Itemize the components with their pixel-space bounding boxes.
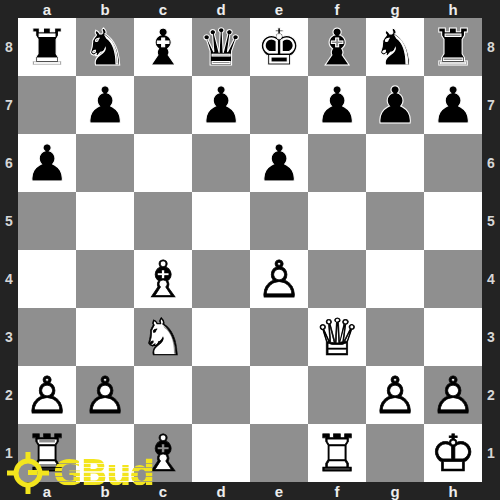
piece-fill-layer: ♜ bbox=[424, 18, 482, 76]
file-label-top-d: d bbox=[192, 0, 250, 18]
file-label-bottom-e: e bbox=[250, 482, 308, 500]
piece-fill-layer: ♟ bbox=[308, 76, 366, 134]
piece-black-pawn: ♟ bbox=[18, 134, 76, 192]
piece-white-pawn: ♟♙ bbox=[18, 366, 76, 424]
square-h3[interactable] bbox=[424, 308, 482, 366]
file-label-bottom-d: d bbox=[192, 482, 250, 500]
square-c7[interactable] bbox=[134, 76, 192, 134]
piece-white-rook: ♜♖ bbox=[308, 424, 366, 482]
file-label-top-e: e bbox=[250, 0, 308, 18]
piece-outline-layer: ♙ bbox=[18, 366, 76, 424]
square-f8[interactable]: ♝ bbox=[308, 18, 366, 76]
piece-white-pawn: ♟♙ bbox=[76, 366, 134, 424]
square-g5[interactable] bbox=[366, 192, 424, 250]
piece-fill-layer: ♟ bbox=[192, 76, 250, 134]
file-label-bottom-c: c bbox=[134, 482, 192, 500]
square-h1[interactable]: ♚♔ bbox=[424, 424, 482, 482]
piece-black-pawn: ♟ bbox=[424, 76, 482, 134]
square-a3[interactable] bbox=[18, 308, 76, 366]
piece-outline-layer: ♙ bbox=[366, 366, 424, 424]
piece-fill-layer: ♛ bbox=[192, 18, 250, 76]
file-label-bottom-a: a bbox=[18, 482, 76, 500]
piece-fill-layer: ♟ bbox=[18, 134, 76, 192]
square-e5[interactable] bbox=[250, 192, 308, 250]
square-h4[interactable] bbox=[424, 250, 482, 308]
square-g6[interactable] bbox=[366, 134, 424, 192]
piece-black-queen: ♛ bbox=[192, 18, 250, 76]
square-a2[interactable]: ♟♙ bbox=[18, 366, 76, 424]
rank-label-right-1: 1 bbox=[482, 424, 500, 482]
square-e2[interactable] bbox=[250, 366, 308, 424]
square-f4[interactable] bbox=[308, 250, 366, 308]
square-g8[interactable]: ♞ bbox=[366, 18, 424, 76]
file-label-top-h: h bbox=[424, 0, 482, 18]
square-e8[interactable]: ♚ bbox=[250, 18, 308, 76]
square-c1[interactable]: ♝♗ bbox=[134, 424, 192, 482]
rank-label-left-6: 6 bbox=[0, 134, 18, 192]
piece-white-queen: ♛♕ bbox=[308, 308, 366, 366]
piece-outline-layer: ♙ bbox=[424, 366, 482, 424]
piece-fill-layer: ♝ bbox=[134, 18, 192, 76]
square-a4[interactable] bbox=[18, 250, 76, 308]
file-label-bottom-b: b bbox=[76, 482, 134, 500]
rank-labels-right: 87654321 bbox=[482, 18, 500, 482]
piece-outline-layer: ♗ bbox=[134, 424, 192, 482]
rank-labels-left: 87654321 bbox=[0, 18, 18, 482]
rank-label-left-7: 7 bbox=[0, 76, 18, 134]
piece-fill-layer: ♟ bbox=[76, 76, 134, 134]
piece-black-rook: ♜ bbox=[424, 18, 482, 76]
square-d8[interactable]: ♛ bbox=[192, 18, 250, 76]
square-f7[interactable]: ♟ bbox=[308, 76, 366, 134]
square-a6[interactable]: ♟ bbox=[18, 134, 76, 192]
piece-black-pawn: ♟ bbox=[250, 134, 308, 192]
file-label-top-g: g bbox=[366, 0, 424, 18]
square-e3[interactable] bbox=[250, 308, 308, 366]
square-e6[interactable]: ♟ bbox=[250, 134, 308, 192]
piece-white-knight: ♞♘ bbox=[134, 308, 192, 366]
rank-label-left-2: 2 bbox=[0, 366, 18, 424]
piece-black-pawn: ♟ bbox=[308, 76, 366, 134]
square-g2[interactable]: ♟♙ bbox=[366, 366, 424, 424]
square-d4[interactable] bbox=[192, 250, 250, 308]
piece-white-king: ♚♔ bbox=[424, 424, 482, 482]
file-label-top-c: c bbox=[134, 0, 192, 18]
rank-label-left-1: 1 bbox=[0, 424, 18, 482]
square-b1[interactable] bbox=[76, 424, 134, 482]
square-a7[interactable] bbox=[18, 76, 76, 134]
piece-outline-layer: ♖ bbox=[18, 424, 76, 482]
square-f1[interactable]: ♜♖ bbox=[308, 424, 366, 482]
piece-fill-layer: ♟ bbox=[366, 76, 424, 134]
square-g3[interactable] bbox=[366, 308, 424, 366]
piece-fill-layer: ♜ bbox=[18, 18, 76, 76]
square-d2[interactable] bbox=[192, 366, 250, 424]
piece-black-rook: ♜ bbox=[18, 18, 76, 76]
chess-diagram: abcdefgh 87654321 87654321 abcdefgh ♜♞♝♛… bbox=[0, 0, 500, 500]
piece-white-bishop: ♝♗ bbox=[134, 250, 192, 308]
piece-outline-layer: ♗ bbox=[134, 250, 192, 308]
piece-fill-layer: ♞ bbox=[76, 18, 134, 76]
square-c3[interactable]: ♞♘ bbox=[134, 308, 192, 366]
square-h6[interactable] bbox=[424, 134, 482, 192]
rank-label-right-7: 7 bbox=[482, 76, 500, 134]
file-label-bottom-g: g bbox=[366, 482, 424, 500]
square-d3[interactable] bbox=[192, 308, 250, 366]
square-b3[interactable] bbox=[76, 308, 134, 366]
piece-outline-layer: ♙ bbox=[250, 250, 308, 308]
rank-label-right-4: 4 bbox=[482, 250, 500, 308]
square-d6[interactable] bbox=[192, 134, 250, 192]
square-e1[interactable] bbox=[250, 424, 308, 482]
piece-outline-layer: ♕ bbox=[308, 308, 366, 366]
piece-black-knight: ♞ bbox=[366, 18, 424, 76]
piece-fill-layer: ♟ bbox=[424, 76, 482, 134]
piece-outline-layer: ♔ bbox=[424, 424, 482, 482]
square-a8[interactable]: ♜ bbox=[18, 18, 76, 76]
square-h7[interactable]: ♟ bbox=[424, 76, 482, 134]
square-a1[interactable]: ♜♖ bbox=[18, 424, 76, 482]
rank-label-left-5: 5 bbox=[0, 192, 18, 250]
piece-white-rook: ♜♖ bbox=[18, 424, 76, 482]
file-label-top-a: a bbox=[18, 0, 76, 18]
square-b7[interactable]: ♟ bbox=[76, 76, 134, 134]
square-e7[interactable] bbox=[250, 76, 308, 134]
square-c8[interactable]: ♝ bbox=[134, 18, 192, 76]
piece-black-pawn: ♟ bbox=[192, 76, 250, 134]
square-f6[interactable] bbox=[308, 134, 366, 192]
rank-label-left-4: 4 bbox=[0, 250, 18, 308]
file-label-top-f: f bbox=[308, 0, 366, 18]
rank-label-left-3: 3 bbox=[0, 308, 18, 366]
square-f3[interactable]: ♛♕ bbox=[308, 308, 366, 366]
square-d1[interactable] bbox=[192, 424, 250, 482]
piece-black-king: ♚ bbox=[250, 18, 308, 76]
file-labels-bottom: abcdefgh bbox=[18, 482, 482, 500]
square-b6[interactable] bbox=[76, 134, 134, 192]
file-label-bottom-h: h bbox=[424, 482, 482, 500]
piece-black-pawn: ♟ bbox=[366, 76, 424, 134]
square-a5[interactable] bbox=[18, 192, 76, 250]
piece-fill-layer: ♞ bbox=[366, 18, 424, 76]
piece-white-pawn: ♟♙ bbox=[250, 250, 308, 308]
piece-fill-layer: ♝ bbox=[308, 18, 366, 76]
square-h5[interactable] bbox=[424, 192, 482, 250]
piece-black-bishop: ♝ bbox=[134, 18, 192, 76]
square-f5[interactable] bbox=[308, 192, 366, 250]
rank-label-right-8: 8 bbox=[482, 18, 500, 76]
piece-white-bishop: ♝♗ bbox=[134, 424, 192, 482]
piece-outline-layer: ♙ bbox=[76, 366, 134, 424]
square-d5[interactable] bbox=[192, 192, 250, 250]
square-h8[interactable]: ♜ bbox=[424, 18, 482, 76]
square-e4[interactable]: ♟♙ bbox=[250, 250, 308, 308]
rank-label-right-2: 2 bbox=[482, 366, 500, 424]
square-b2[interactable]: ♟♙ bbox=[76, 366, 134, 424]
file-labels-top: abcdefgh bbox=[18, 0, 482, 18]
square-c6[interactable] bbox=[134, 134, 192, 192]
piece-black-bishop: ♝ bbox=[308, 18, 366, 76]
square-b5[interactable] bbox=[76, 192, 134, 250]
piece-outline-layer: ♘ bbox=[134, 308, 192, 366]
piece-fill-layer: ♟ bbox=[250, 134, 308, 192]
rank-label-right-6: 6 bbox=[482, 134, 500, 192]
square-g7[interactable]: ♟ bbox=[366, 76, 424, 134]
file-label-top-b: b bbox=[76, 0, 134, 18]
square-c5[interactable] bbox=[134, 192, 192, 250]
rank-label-left-8: 8 bbox=[0, 18, 18, 76]
square-g4[interactable] bbox=[366, 250, 424, 308]
piece-outline-layer: ♖ bbox=[308, 424, 366, 482]
piece-white-pawn: ♟♙ bbox=[424, 366, 482, 424]
square-b8[interactable]: ♞ bbox=[76, 18, 134, 76]
piece-black-pawn: ♟ bbox=[76, 76, 134, 134]
chess-board: ♜♞♝♛♚♝♞♜♟♟♟♟♟♟♟♝♗♟♙♞♘♛♕♟♙♟♙♟♙♟♙♜♖♝♗♜♖♚♔ bbox=[18, 18, 482, 482]
piece-fill-layer: ♚ bbox=[250, 18, 308, 76]
piece-black-knight: ♞ bbox=[76, 18, 134, 76]
rank-label-right-3: 3 bbox=[482, 308, 500, 366]
piece-white-pawn: ♟♙ bbox=[366, 366, 424, 424]
square-b4[interactable] bbox=[76, 250, 134, 308]
square-g1[interactable] bbox=[366, 424, 424, 482]
square-h2[interactable]: ♟♙ bbox=[424, 366, 482, 424]
square-c4[interactable]: ♝♗ bbox=[134, 250, 192, 308]
rank-label-right-5: 5 bbox=[482, 192, 500, 250]
square-c2[interactable] bbox=[134, 366, 192, 424]
square-f2[interactable] bbox=[308, 366, 366, 424]
square-d7[interactable]: ♟ bbox=[192, 76, 250, 134]
file-label-bottom-f: f bbox=[308, 482, 366, 500]
